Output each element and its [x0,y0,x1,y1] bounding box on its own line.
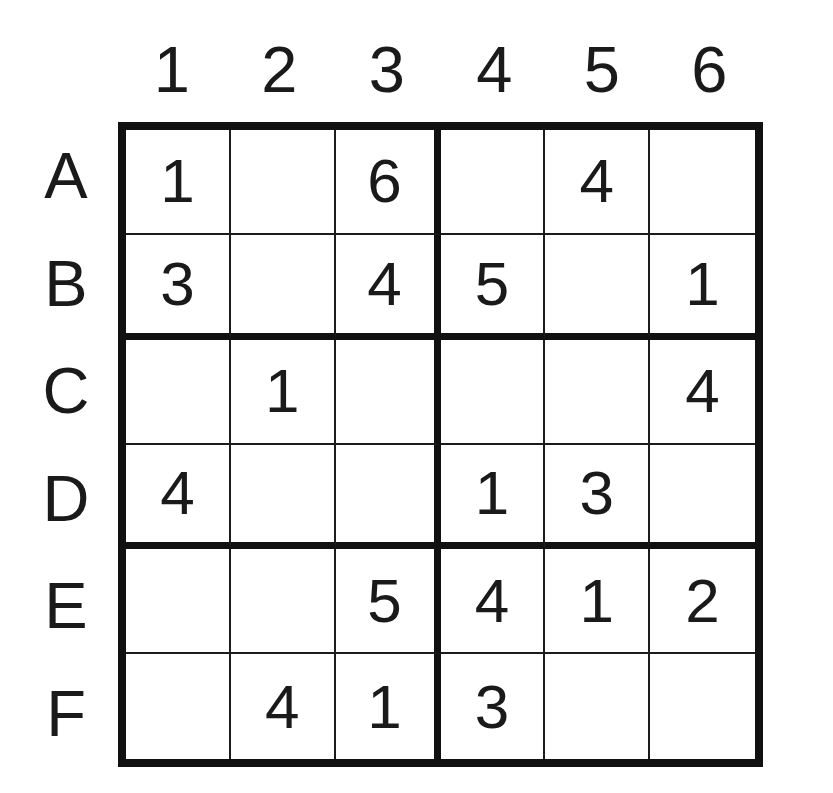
cell-E1[interactable] [126,549,231,654]
row-label-A: A [0,122,118,230]
cell-F3[interactable]: 1 [336,654,441,759]
cell-D5[interactable]: 3 [545,445,650,550]
cell-A6[interactable] [650,130,755,235]
cell-A1[interactable]: 1 [126,130,231,235]
sudoku-board: 1 6 4 3 4 5 1 1 4 4 1 3 5 4 1 2 4 [118,122,763,767]
row-label-E: E [0,552,118,660]
cell-E5[interactable]: 1 [545,549,650,654]
cell-D6[interactable] [650,445,755,550]
cell-A3[interactable]: 6 [336,130,441,235]
col-label-5: 5 [548,0,656,122]
cell-C4[interactable] [441,340,546,445]
column-labels: 1 2 3 4 5 6 [118,0,763,122]
cell-D1[interactable]: 4 [126,445,231,550]
cell-B2[interactable] [231,235,336,340]
cell-E3[interactable]: 5 [336,549,441,654]
row-label-C: C [0,337,118,445]
row-label-D: D [0,445,118,553]
col-label-6: 6 [656,0,764,122]
cell-C6[interactable]: 4 [650,340,755,445]
row-label-F: F [0,660,118,768]
cell-C3[interactable] [336,340,441,445]
cell-B5[interactable] [545,235,650,340]
cell-C2[interactable]: 1 [231,340,336,445]
cell-E6[interactable]: 2 [650,549,755,654]
cell-C5[interactable] [545,340,650,445]
cell-B1[interactable]: 3 [126,235,231,340]
cell-F2[interactable]: 4 [231,654,336,759]
cell-F4[interactable]: 3 [441,654,546,759]
cell-B4[interactable]: 5 [441,235,546,340]
cell-D3[interactable] [336,445,441,550]
cell-F5[interactable] [545,654,650,759]
cell-E2[interactable] [231,549,336,654]
cell-B6[interactable]: 1 [650,235,755,340]
sudoku-page: 1 2 3 4 5 6 A B C D E F 1 6 4 3 4 5 1 1 … [0,0,833,793]
col-label-1: 1 [118,0,226,122]
cell-F6[interactable] [650,654,755,759]
col-label-3: 3 [333,0,441,122]
row-labels: A B C D E F [0,122,118,767]
cell-B3[interactable]: 4 [336,235,441,340]
cell-A2[interactable] [231,130,336,235]
cell-C1[interactable] [126,340,231,445]
cell-A5[interactable]: 4 [545,130,650,235]
row-label-B: B [0,230,118,338]
cell-A4[interactable] [441,130,546,235]
cell-F1[interactable] [126,654,231,759]
cell-E4[interactable]: 4 [441,549,546,654]
col-label-4: 4 [441,0,549,122]
col-label-2: 2 [226,0,334,122]
cell-D2[interactable] [231,445,336,550]
cell-D4[interactable]: 1 [441,445,546,550]
